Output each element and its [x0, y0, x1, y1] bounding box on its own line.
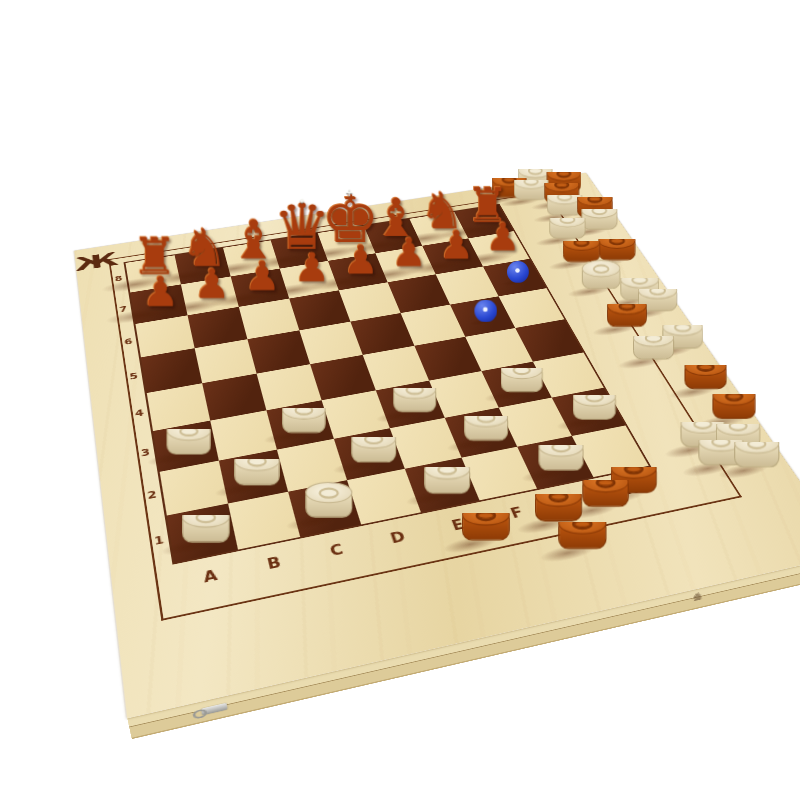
product-photo-scene: Ж 12345678 ABCDEFGH ♜♞♝♛•♚+♝♞♜♟♟♟♟♟♟♟♟ ♞: [0, 0, 800, 800]
horse-mark-icon: ♞: [689, 590, 706, 605]
orange-checker: [582, 480, 629, 507]
orange-checker: [563, 241, 600, 262]
white-checker: [581, 209, 617, 230]
orange-checker: [558, 522, 606, 550]
white-checker: [463, 415, 507, 440]
metal-clasp-icon[interactable]: [201, 703, 227, 716]
white-checker: [572, 395, 615, 420]
white-checker: [281, 408, 325, 433]
orange-checker: [598, 239, 635, 260]
chess-piece-glyph: ♟: [182, 265, 241, 304]
orange-checker: [684, 365, 726, 389]
white-checker: [734, 442, 779, 468]
die-ball: [474, 299, 497, 322]
white-checker: [538, 445, 583, 471]
white-checker: [351, 437, 396, 463]
chess-piece-glyph: ♟: [130, 273, 190, 312]
orange-checker: [462, 513, 510, 540]
white-checker: [305, 491, 352, 518]
orange-checker: [607, 304, 647, 327]
white-checker: [393, 387, 436, 412]
white-checker: [166, 429, 211, 455]
pieces-layer: ♜♞♝♛•♚+♝♞♜♟♟♟♟♟♟♟♟: [74, 173, 800, 718]
game-board: Ж 12345678 ABCDEFGH ♜♞♝♛•♚+♝♞♜♟♟♟♟♟♟♟♟ ♞: [74, 173, 800, 718]
white-checker: [500, 368, 542, 392]
white-checker: [181, 515, 229, 542]
white-checker: [633, 336, 674, 360]
white-checker: [233, 459, 279, 485]
q-finial: •: [298, 197, 304, 207]
white-checker: [582, 267, 620, 289]
white-checker: [423, 467, 469, 493]
die-ball: [506, 261, 528, 283]
k-finial: +: [345, 188, 353, 198]
